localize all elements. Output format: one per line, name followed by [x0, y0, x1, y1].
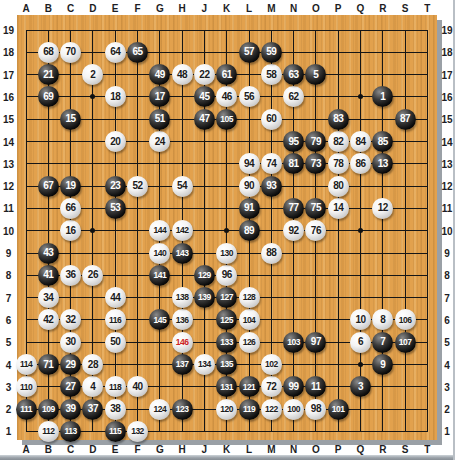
move-number: 16	[66, 226, 76, 236]
stone-c15[interactable]: 15	[60, 109, 81, 130]
move-number: 12	[378, 203, 388, 213]
move-number: 30	[66, 337, 76, 347]
move-number: 27	[66, 382, 76, 392]
column-label-top: B	[45, 2, 52, 13]
row-label-right: 10	[441, 225, 452, 236]
move-number: 110	[20, 383, 32, 392]
row-label-right: 1	[444, 426, 450, 437]
stone-l18[interactable]: 57	[239, 42, 260, 63]
move-number: 132	[131, 427, 144, 436]
grid-line-vertical	[427, 30, 428, 432]
row-label-left: 2	[6, 404, 12, 415]
stone-o2[interactable]: 98	[305, 399, 326, 420]
stone-p11[interactable]: 14	[328, 198, 349, 219]
move-number: 102	[265, 360, 278, 369]
stone-f18[interactable]: 65	[127, 42, 148, 63]
row-label-left: 7	[6, 292, 12, 303]
move-number: 137	[176, 360, 189, 369]
row-label-right: 12	[441, 181, 452, 192]
stone-b12[interactable]: 67	[38, 176, 59, 197]
move-number: 76	[311, 226, 321, 236]
row-label-left: 4	[6, 359, 12, 370]
stone-l16[interactable]: 56	[239, 86, 260, 107]
column-label-top: C	[67, 2, 74, 13]
move-number: 88	[266, 248, 276, 258]
stone-d2[interactable]: 37	[82, 399, 103, 420]
stone-p13[interactable]: 78	[328, 153, 349, 174]
move-number: 53	[110, 203, 120, 213]
stone-s15[interactable]: 87	[395, 109, 416, 130]
move-number: 50	[110, 337, 120, 347]
stone-l6[interactable]: 104	[239, 309, 260, 330]
stone-k8[interactable]: 96	[216, 265, 237, 286]
stone-n11[interactable]: 77	[283, 198, 304, 219]
move-number: 26	[88, 270, 98, 280]
move-number: 49	[155, 70, 165, 80]
move-number: 9	[380, 360, 385, 370]
stone-c8[interactable]: 36	[60, 265, 81, 286]
move-number: 71	[43, 360, 53, 370]
move-number: 124	[153, 405, 166, 414]
column-label-top: A	[22, 2, 29, 13]
stone-g2[interactable]: 124	[149, 399, 170, 420]
move-number: 109	[42, 405, 55, 414]
move-number: 59	[266, 47, 276, 57]
move-number: 90	[244, 181, 254, 191]
move-number: 52	[132, 181, 142, 191]
move-number: 84	[355, 137, 365, 147]
move-number: 5	[313, 70, 318, 80]
column-label-bottom: A	[22, 444, 29, 455]
stone-c4[interactable]: 29	[60, 354, 81, 375]
move-number: 64	[110, 47, 120, 57]
move-number: 114	[20, 360, 32, 369]
move-number: 37	[88, 404, 98, 414]
stone-p15[interactable]: 83	[328, 109, 349, 130]
stone-j17[interactable]: 22	[194, 64, 215, 85]
move-number: 98	[311, 404, 321, 414]
stone-b17[interactable]: 21	[38, 64, 59, 85]
row-label-left: 5	[6, 337, 12, 348]
move-number: 58	[266, 70, 276, 80]
move-number: 17	[155, 92, 165, 102]
row-label-left: 11	[3, 203, 14, 214]
move-number: 91	[244, 203, 254, 213]
move-number: 73	[311, 159, 321, 169]
row-label-left: 1	[6, 426, 12, 437]
move-number: 65	[132, 47, 142, 57]
stone-e5[interactable]: 50	[105, 332, 126, 353]
move-number: 10	[355, 315, 365, 325]
stone-h6[interactable]: 136	[172, 309, 193, 330]
stone-p14[interactable]: 82	[328, 131, 349, 152]
move-number: 121	[243, 383, 256, 392]
column-label-top: D	[89, 2, 96, 13]
move-number: 21	[43, 70, 53, 80]
move-number: 94	[244, 159, 254, 169]
move-number: 100	[287, 405, 300, 414]
row-label-left: 18	[3, 47, 14, 58]
row-label-right: 6	[444, 314, 450, 325]
stone-b18[interactable]: 68	[38, 42, 59, 63]
move-number: 41	[43, 270, 53, 280]
move-number: 48	[177, 70, 187, 80]
stone-h7[interactable]: 138	[172, 287, 193, 308]
move-number: 29	[66, 360, 76, 370]
move-number: 145	[153, 316, 166, 325]
stone-g9[interactable]: 140	[149, 243, 170, 264]
column-label-bottom: O	[312, 444, 320, 455]
grid-line-horizontal	[26, 431, 428, 432]
stone-m18[interactable]: 59	[261, 42, 282, 63]
move-number: 86	[355, 159, 365, 169]
move-number: 89	[244, 226, 254, 236]
stone-p2[interactable]: 101	[328, 399, 349, 420]
row-label-left: 15	[3, 114, 14, 125]
row-label-right: 14	[441, 136, 452, 147]
grid-line-vertical	[338, 30, 339, 432]
stone-o5[interactable]: 97	[305, 332, 326, 353]
column-label-top: F	[134, 2, 140, 13]
row-label-right: 8	[444, 270, 450, 281]
stone-q14[interactable]: 84	[350, 131, 371, 152]
stone-h5[interactable]: 146	[172, 332, 193, 353]
stone-e14[interactable]: 20	[105, 131, 126, 152]
move-number: 123	[176, 405, 189, 414]
stone-l2[interactable]: 119	[239, 399, 260, 420]
column-label-bottom: F	[134, 444, 140, 455]
column-label-top: S	[402, 2, 409, 13]
stone-b1[interactable]: 112	[38, 421, 59, 442]
move-number: 143	[176, 249, 189, 258]
move-number: 115	[109, 427, 121, 436]
row-label-right: 9	[444, 248, 450, 259]
stone-k15[interactable]: 105	[216, 109, 237, 130]
column-label-bottom: P	[335, 444, 342, 455]
column-label-bottom: G	[156, 444, 164, 455]
move-number: 118	[109, 383, 121, 392]
move-number: 103	[287, 338, 300, 347]
stone-h9[interactable]: 143	[172, 243, 193, 264]
move-number: 106	[399, 316, 412, 325]
move-number: 43	[43, 248, 53, 258]
column-label-bottom: C	[67, 444, 74, 455]
column-label-bottom: N	[290, 444, 297, 455]
move-number: 66	[66, 203, 76, 213]
stone-b4[interactable]: 71	[38, 354, 59, 375]
column-label-top: H	[178, 2, 185, 13]
move-number: 129	[198, 271, 211, 280]
stone-f12[interactable]: 52	[127, 176, 148, 197]
move-number: 122	[265, 405, 278, 414]
move-number: 68	[43, 47, 53, 57]
column-label-bottom: B	[45, 444, 52, 455]
column-label-top: P	[335, 2, 342, 13]
move-number: 34	[43, 293, 53, 303]
row-label-left: 17	[3, 69, 14, 80]
stone-b8[interactable]: 41	[38, 265, 59, 286]
move-number: 74	[266, 159, 276, 169]
stone-n5[interactable]: 103	[283, 332, 304, 353]
stone-j7[interactable]: 139	[194, 287, 215, 308]
row-label-left: 19	[3, 25, 14, 36]
column-label-bottom: R	[379, 444, 386, 455]
column-label-bottom: K	[223, 444, 230, 455]
stone-m4[interactable]: 102	[261, 354, 282, 375]
stone-e11[interactable]: 53	[105, 198, 126, 219]
stone-j15[interactable]: 47	[194, 109, 215, 130]
stone-a3[interactable]: 110	[16, 376, 37, 397]
move-number: 54	[177, 181, 187, 191]
move-number: 80	[333, 181, 343, 191]
move-number: 36	[66, 270, 76, 280]
move-number: 138	[176, 293, 189, 302]
column-label-top: G	[156, 2, 164, 13]
move-number: 126	[243, 338, 256, 347]
stone-h4[interactable]: 137	[172, 354, 193, 375]
column-label-top: O	[312, 2, 320, 13]
column-label-top: Q	[357, 2, 365, 13]
stone-b2[interactable]: 109	[38, 399, 59, 420]
move-number: 44	[110, 293, 120, 303]
move-number: 4	[90, 382, 95, 392]
stone-c1[interactable]: 113	[60, 421, 81, 442]
stone-l7[interactable]: 128	[239, 287, 260, 308]
move-number: 85	[378, 137, 388, 147]
row-label-left: 14	[3, 136, 14, 147]
move-number: 97	[311, 337, 321, 347]
move-number: 13	[378, 159, 388, 169]
move-number: 19	[66, 181, 76, 191]
move-number: 87	[400, 114, 410, 124]
column-label-top: N	[290, 2, 297, 13]
stone-r5[interactable]: 7	[372, 332, 393, 353]
move-number: 104	[243, 316, 256, 325]
move-number: 3	[358, 382, 363, 392]
stone-m2[interactable]: 122	[261, 399, 282, 420]
row-label-right: 19	[441, 25, 452, 36]
column-label-bottom: Q	[357, 444, 365, 455]
stone-g8[interactable]: 141	[149, 265, 170, 286]
stone-l5[interactable]: 126	[239, 332, 260, 353]
stone-e1[interactable]: 115	[105, 421, 126, 442]
stone-m3[interactable]: 72	[261, 376, 282, 397]
stone-l13[interactable]: 94	[239, 153, 260, 174]
column-label-top: R	[379, 2, 386, 13]
stone-g15[interactable]: 51	[149, 109, 170, 130]
move-number: 127	[220, 293, 233, 302]
move-number: 136	[176, 316, 189, 325]
stone-n2[interactable]: 100	[283, 399, 304, 420]
move-number: 82	[333, 137, 343, 147]
move-number: 144	[153, 226, 166, 235]
row-label-right: 7	[444, 292, 450, 303]
move-number: 101	[332, 405, 345, 414]
stone-l10[interactable]: 89	[239, 220, 260, 241]
move-number: 83	[333, 114, 343, 124]
stone-e18[interactable]: 64	[105, 42, 126, 63]
stone-a2[interactable]: 111	[16, 399, 37, 420]
move-number: 28	[88, 360, 98, 370]
stone-h17[interactable]: 48	[172, 64, 193, 85]
row-label-right: 13	[441, 158, 452, 169]
stone-c18[interactable]: 70	[60, 42, 81, 63]
move-number: 6	[358, 337, 363, 347]
move-number: 11	[311, 382, 321, 392]
move-number: 38	[110, 404, 120, 414]
column-label-bottom: L	[246, 444, 252, 455]
column-label-bottom: D	[89, 444, 96, 455]
move-number: 22	[199, 70, 209, 80]
move-number: 61	[222, 70, 232, 80]
move-number: 131	[220, 383, 233, 392]
column-label-bottom: J	[202, 444, 208, 455]
stone-p12[interactable]: 80	[328, 176, 349, 197]
move-number: 70	[66, 47, 76, 57]
stone-l3[interactable]: 121	[239, 376, 260, 397]
move-number: 23	[110, 181, 120, 191]
move-number: 69	[43, 92, 53, 102]
move-number: 20	[110, 137, 120, 147]
stone-e12[interactable]: 23	[105, 176, 126, 197]
stone-n14[interactable]: 95	[283, 131, 304, 152]
stone-m17[interactable]: 58	[261, 64, 282, 85]
stone-b7[interactable]: 34	[38, 287, 59, 308]
stone-k9[interactable]: 130	[216, 243, 237, 264]
stone-m9[interactable]: 88	[261, 243, 282, 264]
move-number: 46	[222, 92, 232, 102]
row-label-right: 15	[441, 114, 452, 125]
row-label-left: 8	[6, 270, 12, 281]
move-number: 15	[66, 114, 76, 124]
stone-m12[interactable]: 93	[261, 176, 282, 197]
column-label-bottom: M	[267, 444, 275, 455]
move-number: 130	[220, 249, 233, 258]
move-number: 141	[153, 271, 166, 280]
stone-c12[interactable]: 19	[60, 176, 81, 197]
move-number: 62	[289, 92, 299, 102]
move-number: 81	[289, 159, 299, 169]
move-number: 135	[220, 360, 233, 369]
move-number: 56	[244, 92, 254, 102]
move-number: 142	[176, 226, 189, 235]
column-label-bottom: T	[424, 444, 430, 455]
stone-c5[interactable]: 30	[60, 332, 81, 353]
column-label-bottom: E	[112, 444, 119, 455]
stone-s6[interactable]: 106	[395, 309, 416, 330]
stone-j4[interactable]: 134	[194, 354, 215, 375]
move-number: 45	[199, 92, 209, 102]
row-label-right: 17	[441, 69, 452, 80]
move-number: 18	[110, 92, 120, 102]
stone-j8[interactable]: 129	[194, 265, 215, 286]
stone-e16[interactable]: 18	[105, 86, 126, 107]
move-number: 95	[289, 137, 299, 147]
stone-a4[interactable]: 114	[16, 354, 37, 375]
move-number: 92	[289, 226, 299, 236]
stone-b9[interactable]: 43	[38, 243, 59, 264]
stone-l12[interactable]: 90	[239, 176, 260, 197]
move-number: 2	[90, 70, 95, 80]
stone-f1[interactable]: 132	[127, 421, 148, 442]
stone-m15[interactable]: 60	[261, 109, 282, 130]
column-label-top: K	[223, 2, 230, 13]
row-label-left: 13	[3, 158, 14, 169]
stone-e2[interactable]: 38	[105, 399, 126, 420]
row-label-right: 18	[441, 47, 452, 58]
move-number: 32	[66, 315, 76, 325]
move-number: 134	[198, 360, 211, 369]
row-label-right: 5	[444, 337, 450, 348]
column-label-bottom: H	[178, 444, 185, 455]
row-label-right: 3	[444, 381, 450, 392]
move-number: 39	[66, 404, 76, 414]
move-number: 128	[243, 293, 256, 302]
stone-l11[interactable]: 91	[239, 198, 260, 219]
move-number: 72	[266, 382, 276, 392]
row-label-left: 9	[6, 248, 12, 259]
row-label-right: 4	[444, 359, 450, 370]
stone-e7[interactable]: 44	[105, 287, 126, 308]
move-number: 63	[289, 70, 299, 80]
stone-m13[interactable]: 74	[261, 153, 282, 174]
move-number: 146	[176, 338, 189, 347]
row-label-left: 12	[3, 181, 14, 192]
stone-q5[interactable]: 6	[350, 332, 371, 353]
move-number: 96	[222, 270, 232, 280]
stone-s5[interactable]: 107	[395, 332, 416, 353]
column-label-bottom: S	[402, 444, 409, 455]
move-number: 75	[311, 203, 321, 213]
move-number: 51	[155, 114, 165, 124]
column-label-top: L	[246, 2, 252, 13]
move-number: 40	[132, 382, 142, 392]
stone-c11[interactable]: 66	[60, 198, 81, 219]
move-number: 116	[109, 316, 121, 325]
move-number: 105	[220, 115, 233, 124]
star-point	[358, 362, 363, 367]
row-label-right: 16	[441, 91, 452, 102]
move-number: 77	[289, 203, 299, 213]
stone-h10[interactable]: 142	[172, 220, 193, 241]
column-label-top: J	[202, 2, 208, 13]
move-number: 67	[43, 181, 53, 191]
move-number: 93	[266, 181, 276, 191]
move-number: 78	[333, 159, 343, 169]
row-label-left: 6	[6, 314, 12, 325]
move-number: 57	[244, 47, 254, 57]
stone-e6[interactable]: 116	[105, 309, 126, 330]
move-number: 7	[380, 337, 385, 347]
move-number: 113	[64, 427, 76, 436]
stone-c2[interactable]: 39	[60, 399, 81, 420]
move-number: 125	[220, 316, 233, 325]
column-label-top: E	[112, 2, 119, 13]
move-number: 133	[220, 338, 233, 347]
stone-h12[interactable]: 54	[172, 176, 193, 197]
move-number: 60	[266, 114, 276, 124]
move-number: 24	[155, 137, 165, 147]
stone-e3[interactable]: 118	[105, 376, 126, 397]
column-label-top: T	[424, 2, 430, 13]
stone-k2[interactable]: 120	[216, 399, 237, 420]
stone-h2[interactable]: 123	[172, 399, 193, 420]
stone-k5[interactable]: 133	[216, 332, 237, 353]
move-number: 8	[380, 315, 385, 325]
window-bottom-edge	[0, 455, 455, 460]
move-number: 112	[42, 427, 54, 436]
row-label-left: 10	[3, 225, 14, 236]
